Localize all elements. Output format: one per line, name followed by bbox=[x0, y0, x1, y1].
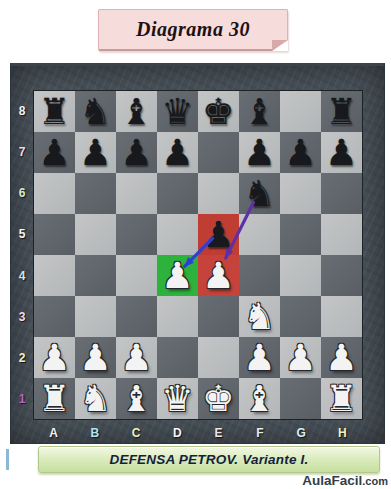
white-queen: ♛ bbox=[161, 378, 193, 419]
white-pawn: ♟ bbox=[325, 337, 357, 378]
square-a1: ♜ bbox=[34, 378, 75, 419]
black-queen: ♛ bbox=[161, 91, 193, 132]
rank-label-5: 5 bbox=[11, 214, 33, 255]
black-knight: ♞ bbox=[79, 91, 111, 132]
diagram-title: Diagrama 30 bbox=[136, 18, 250, 41]
white-pawn: ♟ bbox=[38, 337, 70, 378]
file-label-a: A bbox=[33, 421, 74, 445]
black-king: ♚ bbox=[202, 91, 234, 132]
white-knight: ♞ bbox=[79, 378, 111, 419]
diagram-title-note: Diagrama 30 bbox=[98, 9, 288, 51]
square-h6 bbox=[321, 173, 362, 214]
black-pawn: ♟ bbox=[243, 132, 275, 173]
square-e2 bbox=[198, 337, 239, 378]
square-g5 bbox=[280, 214, 321, 255]
square-a2: ♟ bbox=[34, 337, 75, 378]
white-pawn: ♟ bbox=[243, 337, 275, 378]
square-g3 bbox=[280, 296, 321, 337]
square-g7: ♟ bbox=[280, 132, 321, 173]
black-pawn: ♟ bbox=[202, 214, 234, 255]
rank-labels: 87654321 bbox=[11, 90, 33, 420]
file-labels: ABCDEFGH bbox=[33, 421, 363, 445]
square-f7: ♟ bbox=[239, 132, 280, 173]
file-label-e: E bbox=[198, 421, 239, 445]
black-pawn: ♟ bbox=[79, 132, 111, 173]
square-d8: ♛ bbox=[157, 91, 198, 132]
square-f8: ♝ bbox=[239, 91, 280, 132]
square-e6 bbox=[198, 173, 239, 214]
caption-left-tick bbox=[6, 449, 9, 470]
square-g8 bbox=[280, 91, 321, 132]
square-b3 bbox=[75, 296, 116, 337]
chess-board: ♜♞♝♛♚♝♜♟♟♟♟♟♟♟♞♟♟♟♞♟♟♟♟♟♟♜♞♝♛♚♝♜ bbox=[33, 90, 363, 420]
square-b5 bbox=[75, 214, 116, 255]
file-label-g: G bbox=[281, 421, 322, 445]
square-h3 bbox=[321, 296, 362, 337]
chess-board-frame: 87654321 ♜♞♝♛♚♝♜♟♟♟♟♟♟♟♞♟♟♟♞♟♟♟♟♟♟♜♞♝♛♚♝… bbox=[10, 63, 385, 444]
black-rook: ♜ bbox=[325, 91, 357, 132]
white-bishop: ♝ bbox=[120, 378, 152, 419]
square-h1: ♜ bbox=[321, 378, 362, 419]
square-g6 bbox=[280, 173, 321, 214]
square-c5 bbox=[116, 214, 157, 255]
square-c1: ♝ bbox=[116, 378, 157, 419]
lesson-page: Diagrama 30 87654321 ♜♞♝♛♚♝♜♟♟♟♟♟♟♟♞♟♟♟♞… bbox=[0, 0, 391, 489]
rank-label-3: 3 bbox=[11, 296, 33, 337]
rank-label-6: 6 bbox=[11, 173, 33, 214]
rank-label-2: 2 bbox=[11, 338, 33, 379]
square-c4 bbox=[116, 255, 157, 296]
white-king: ♚ bbox=[202, 378, 234, 419]
square-a5 bbox=[34, 214, 75, 255]
square-f4 bbox=[239, 255, 280, 296]
black-pawn: ♟ bbox=[38, 132, 70, 173]
square-b4 bbox=[75, 255, 116, 296]
square-a3 bbox=[34, 296, 75, 337]
note-fold-corner-icon bbox=[272, 40, 288, 51]
square-b7: ♟ bbox=[75, 132, 116, 173]
white-pawn: ♟ bbox=[120, 337, 152, 378]
rank-label-4: 4 bbox=[11, 255, 33, 296]
black-pawn: ♟ bbox=[120, 132, 152, 173]
square-e8: ♚ bbox=[198, 91, 239, 132]
square-e7 bbox=[198, 132, 239, 173]
square-f2: ♟ bbox=[239, 337, 280, 378]
square-d6 bbox=[157, 173, 198, 214]
black-pawn: ♟ bbox=[161, 132, 193, 173]
square-h4 bbox=[321, 255, 362, 296]
caption-bar: DEFENSA PETROV. Variante I. bbox=[38, 446, 380, 473]
square-a6 bbox=[34, 173, 75, 214]
square-c3 bbox=[116, 296, 157, 337]
square-e5: ♟ bbox=[198, 214, 239, 255]
square-a7: ♟ bbox=[34, 132, 75, 173]
square-c8: ♝ bbox=[116, 91, 157, 132]
black-pawn: ♟ bbox=[284, 132, 316, 173]
black-knight: ♞ bbox=[243, 173, 275, 214]
square-d3 bbox=[157, 296, 198, 337]
white-pawn: ♟ bbox=[284, 337, 316, 378]
square-a8: ♜ bbox=[34, 91, 75, 132]
file-label-c: C bbox=[116, 421, 157, 445]
black-rook: ♜ bbox=[38, 91, 70, 132]
rank-label-8: 8 bbox=[11, 90, 33, 131]
square-c2: ♟ bbox=[116, 337, 157, 378]
white-rook: ♜ bbox=[325, 378, 357, 419]
caption-text: DEFENSA PETROV. Variante I. bbox=[110, 452, 309, 467]
square-a4 bbox=[34, 255, 75, 296]
rank-label-1: 1 bbox=[11, 379, 33, 420]
rank-label-7: 7 bbox=[11, 131, 33, 172]
square-f3: ♞ bbox=[239, 296, 280, 337]
square-b8: ♞ bbox=[75, 91, 116, 132]
square-d1: ♛ bbox=[157, 378, 198, 419]
white-bishop: ♝ bbox=[243, 378, 275, 419]
square-c6 bbox=[116, 173, 157, 214]
square-h7: ♟ bbox=[321, 132, 362, 173]
file-label-b: B bbox=[74, 421, 115, 445]
square-h8: ♜ bbox=[321, 91, 362, 132]
white-rook: ♜ bbox=[38, 378, 70, 419]
square-b1: ♞ bbox=[75, 378, 116, 419]
square-d4: ♟ bbox=[157, 255, 198, 296]
white-pawn: ♟ bbox=[202, 255, 234, 296]
square-c7: ♟ bbox=[116, 132, 157, 173]
watermark-brand: AulaFacil bbox=[302, 473, 362, 488]
square-d5 bbox=[157, 214, 198, 255]
square-h2: ♟ bbox=[321, 337, 362, 378]
square-g4 bbox=[280, 255, 321, 296]
watermark-suffix: .com bbox=[362, 475, 388, 487]
file-label-f: F bbox=[239, 421, 280, 445]
watermark: AulaFacil.com bbox=[302, 471, 388, 489]
black-pawn: ♟ bbox=[325, 132, 357, 173]
square-d2 bbox=[157, 337, 198, 378]
file-label-d: D bbox=[157, 421, 198, 445]
square-e1: ♚ bbox=[198, 378, 239, 419]
square-b6 bbox=[75, 173, 116, 214]
square-g1 bbox=[280, 378, 321, 419]
square-g2: ♟ bbox=[280, 337, 321, 378]
black-bishop: ♝ bbox=[243, 91, 275, 132]
white-knight: ♞ bbox=[243, 296, 275, 337]
square-e4: ♟ bbox=[198, 255, 239, 296]
square-f1: ♝ bbox=[239, 378, 280, 419]
white-pawn: ♟ bbox=[79, 337, 111, 378]
black-bishop: ♝ bbox=[120, 91, 152, 132]
square-d7: ♟ bbox=[157, 132, 198, 173]
square-f5 bbox=[239, 214, 280, 255]
square-b2: ♟ bbox=[75, 337, 116, 378]
square-e3 bbox=[198, 296, 239, 337]
square-h5 bbox=[321, 214, 362, 255]
file-label-h: H bbox=[322, 421, 363, 445]
white-pawn: ♟ bbox=[161, 255, 193, 296]
square-f6: ♞ bbox=[239, 173, 280, 214]
